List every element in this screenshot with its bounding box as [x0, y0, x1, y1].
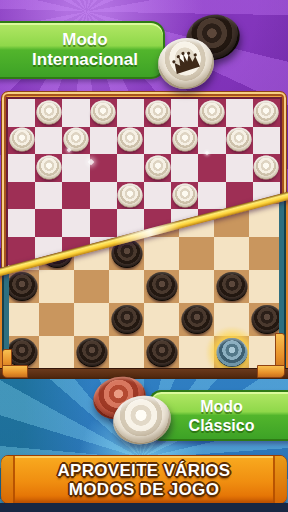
square — [144, 154, 171, 182]
square — [62, 182, 89, 210]
checker-piece-white — [118, 128, 143, 152]
footer-line2: MODOS DE JOGO — [69, 480, 219, 499]
square — [35, 127, 62, 155]
square — [253, 99, 280, 127]
checker-piece-white — [254, 100, 279, 124]
square — [62, 209, 89, 237]
square — [144, 127, 171, 155]
checker-piece-selected — [216, 337, 247, 366]
square — [39, 270, 74, 303]
checker-piece-dark — [146, 337, 177, 366]
checker-piece-white — [91, 100, 116, 124]
square — [117, 127, 144, 155]
square — [226, 99, 253, 127]
square — [144, 270, 179, 303]
mode-classic-line2: Clássico — [189, 416, 255, 435]
checker-piece-white — [145, 100, 170, 124]
footer-banner-text: APROVEITE VÁRIOS MODOS DE JOGO — [0, 455, 288, 504]
square — [253, 154, 280, 182]
square — [62, 154, 89, 182]
footer-line1: APROVEITE VÁRIOS — [58, 461, 231, 480]
checker-piece-dark — [6, 271, 37, 300]
square — [4, 303, 39, 336]
square — [35, 182, 62, 210]
mode-international-line1: Modo — [62, 30, 107, 50]
square — [74, 336, 109, 369]
checker-piece-dark — [146, 271, 177, 300]
square — [253, 127, 280, 155]
square — [109, 303, 144, 336]
checker-piece-dark — [111, 304, 142, 333]
square — [198, 182, 225, 210]
square — [35, 154, 62, 182]
square — [35, 209, 62, 237]
square — [8, 154, 35, 182]
square — [90, 99, 117, 127]
square — [62, 99, 89, 127]
square — [8, 127, 35, 155]
square — [214, 336, 249, 369]
square — [39, 303, 74, 336]
square — [198, 99, 225, 127]
square — [39, 336, 74, 369]
square — [4, 270, 39, 303]
square — [198, 127, 225, 155]
square — [171, 99, 198, 127]
square — [8, 182, 35, 210]
square — [144, 182, 171, 210]
square — [214, 237, 249, 270]
square — [90, 127, 117, 155]
checker-piece-white — [36, 100, 61, 124]
square — [117, 182, 144, 210]
gold-corner-bracket — [2, 365, 28, 378]
footer-banner: APROVEITE VÁRIOS MODOS DE JOGO — [0, 455, 288, 504]
square — [179, 270, 214, 303]
crown-icon — [167, 46, 205, 79]
square — [90, 154, 117, 182]
checker-piece-white — [9, 128, 34, 152]
gold-corner-bracket — [257, 365, 285, 378]
square — [144, 303, 179, 336]
square — [198, 154, 225, 182]
classic-board-bottom-frame — [0, 368, 288, 380]
checker-piece-white — [199, 100, 224, 124]
checker-piece-white — [145, 156, 170, 180]
checker-piece-white — [254, 156, 279, 180]
mode-classic-line1: Modo — [200, 397, 243, 416]
checker-piece-white — [172, 183, 197, 207]
checker-piece-white — [118, 183, 143, 207]
checker-piece-dark — [76, 337, 107, 366]
square — [144, 336, 179, 369]
square — [109, 270, 144, 303]
square — [226, 154, 253, 182]
square — [226, 127, 253, 155]
square — [214, 270, 249, 303]
mode-international-line2: Internacional — [32, 50, 138, 70]
mode-international-banner[interactable]: Modo Internacional — [0, 21, 165, 79]
bottom-dark-strip — [0, 503, 288, 512]
square — [171, 154, 198, 182]
square — [171, 127, 198, 155]
checker-piece-white — [172, 128, 197, 152]
checker-piece-dark — [216, 271, 247, 300]
checker-piece-white — [227, 128, 252, 152]
promo-screen: Modo Internacional Modo Clássico APROVEI… — [0, 0, 288, 512]
square — [179, 237, 214, 270]
square — [144, 237, 179, 270]
square — [144, 99, 171, 127]
square — [35, 99, 62, 127]
square — [117, 154, 144, 182]
square — [74, 270, 109, 303]
square — [171, 182, 198, 210]
square — [90, 182, 117, 210]
square — [8, 209, 35, 237]
square — [74, 303, 109, 336]
square — [109, 336, 144, 369]
square — [8, 99, 35, 127]
square — [90, 209, 117, 237]
square — [117, 99, 144, 127]
checker-piece-white — [36, 156, 61, 180]
